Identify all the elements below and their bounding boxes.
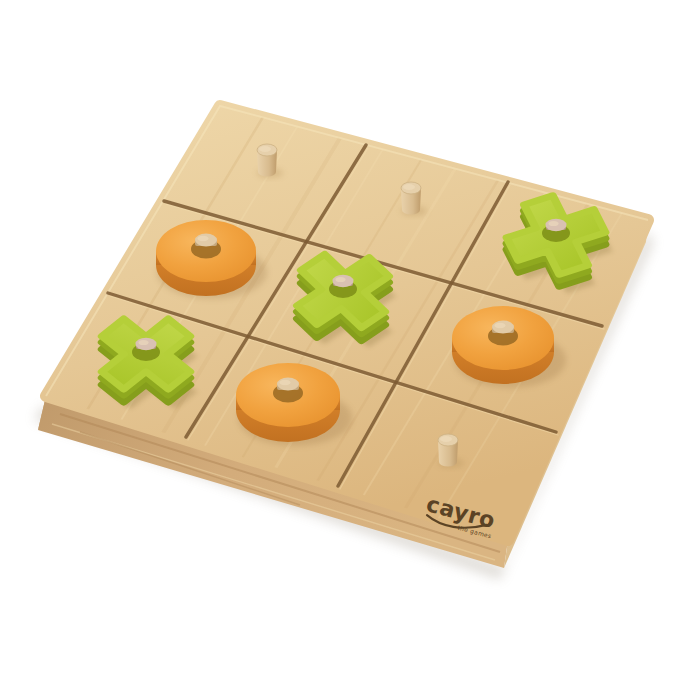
tictactoe-board: cayro the games [0,0,700,700]
product-photo-stage: cayro the games [0,0,700,700]
